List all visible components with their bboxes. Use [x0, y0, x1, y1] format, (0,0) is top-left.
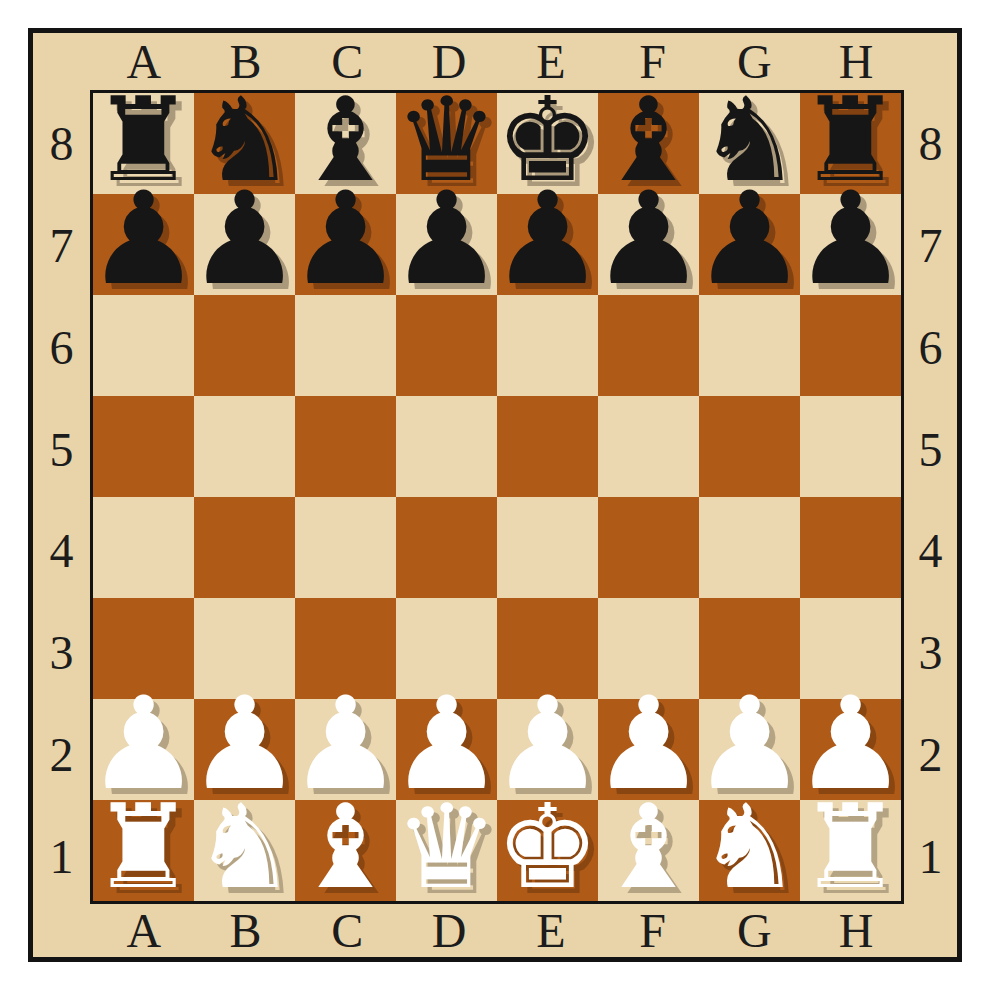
piece-black-pawn[interactable]: ♟ — [692, 175, 807, 303]
square-g7[interactable]: ♟ — [699, 194, 800, 295]
rank-labels-left: 87654321 — [33, 93, 90, 907]
piece-white-rook[interactable]: ♜ — [799, 789, 903, 905]
piece-black-pawn[interactable]: ♟ — [591, 175, 706, 303]
square-c7[interactable]: ♟ — [295, 194, 396, 295]
rank-label-8: 8 — [904, 93, 957, 195]
rank-label-6: 6 — [904, 297, 957, 399]
rank-label-2: 2 — [904, 704, 957, 806]
piece-white-king[interactable]: ♚ — [496, 789, 600, 905]
rank-label-8: 8 — [33, 93, 90, 195]
square-a5[interactable] — [93, 396, 194, 497]
square-a4[interactable] — [93, 497, 194, 598]
rank-label-5: 5 — [33, 398, 90, 500]
rank-label-7: 7 — [904, 195, 957, 297]
piece-black-pawn[interactable]: ♟ — [793, 175, 908, 303]
board-frame: ABCDEFGH ABCDEFGH 87654321 87654321 ♜♞♝♛… — [28, 28, 962, 962]
square-c1[interactable]: ♝ — [295, 800, 396, 901]
rank-label-1: 1 — [904, 805, 957, 907]
square-h1[interactable]: ♜ — [800, 800, 901, 901]
rank-label-4: 4 — [904, 500, 957, 602]
rank-label-1: 1 — [33, 805, 90, 907]
piece-black-pawn[interactable]: ♟ — [86, 175, 201, 303]
rank-label-7: 7 — [33, 195, 90, 297]
square-b5[interactable] — [194, 396, 295, 497]
square-e7[interactable]: ♟ — [497, 194, 598, 295]
square-g1[interactable]: ♞ — [699, 800, 800, 901]
piece-white-bishop[interactable]: ♝ — [294, 789, 398, 905]
square-d5[interactable] — [396, 396, 497, 497]
square-c5[interactable] — [295, 396, 396, 497]
rank-label-4: 4 — [33, 500, 90, 602]
square-h7[interactable]: ♟ — [800, 194, 901, 295]
rank-label-3: 3 — [904, 602, 957, 704]
piece-white-bishop[interactable]: ♝ — [597, 789, 701, 905]
square-e5[interactable] — [497, 396, 598, 497]
rank-label-2: 2 — [33, 704, 90, 806]
square-g4[interactable] — [699, 497, 800, 598]
square-d7[interactable]: ♟ — [396, 194, 497, 295]
piece-white-knight[interactable]: ♞ — [193, 789, 297, 905]
rank-labels-right: 87654321 — [904, 93, 957, 907]
square-f7[interactable]: ♟ — [598, 194, 699, 295]
piece-black-pawn[interactable]: ♟ — [288, 175, 403, 303]
rank-label-6: 6 — [33, 297, 90, 399]
square-a7[interactable]: ♟ — [93, 194, 194, 295]
square-f4[interactable] — [598, 497, 699, 598]
square-b7[interactable]: ♟ — [194, 194, 295, 295]
square-d1[interactable]: ♛ — [396, 800, 497, 901]
square-e1[interactable]: ♚ — [497, 800, 598, 901]
rank-label-3: 3 — [33, 602, 90, 704]
square-e4[interactable] — [497, 497, 598, 598]
square-f5[interactable] — [598, 396, 699, 497]
square-b4[interactable] — [194, 497, 295, 598]
square-d4[interactable] — [396, 497, 497, 598]
piece-white-queen[interactable]: ♛ — [395, 789, 499, 905]
piece-white-knight[interactable]: ♞ — [698, 789, 802, 905]
square-f1[interactable]: ♝ — [598, 800, 699, 901]
square-a1[interactable]: ♜ — [93, 800, 194, 901]
chess-board-grid: ♜♞♝♛♚♝♞♜♟♟♟♟♟♟♟♟♟♟♟♟♟♟♟♟♜♞♝♛♚♝♞♜ — [90, 90, 904, 904]
square-h4[interactable] — [800, 497, 901, 598]
square-b1[interactable]: ♞ — [194, 800, 295, 901]
piece-black-pawn[interactable]: ♟ — [187, 175, 302, 303]
piece-white-rook[interactable]: ♜ — [92, 789, 196, 905]
piece-black-pawn[interactable]: ♟ — [490, 175, 605, 303]
rank-label-5: 5 — [904, 398, 957, 500]
square-g5[interactable] — [699, 396, 800, 497]
square-h5[interactable] — [800, 396, 901, 497]
square-c4[interactable] — [295, 497, 396, 598]
piece-black-pawn[interactable]: ♟ — [389, 175, 504, 303]
